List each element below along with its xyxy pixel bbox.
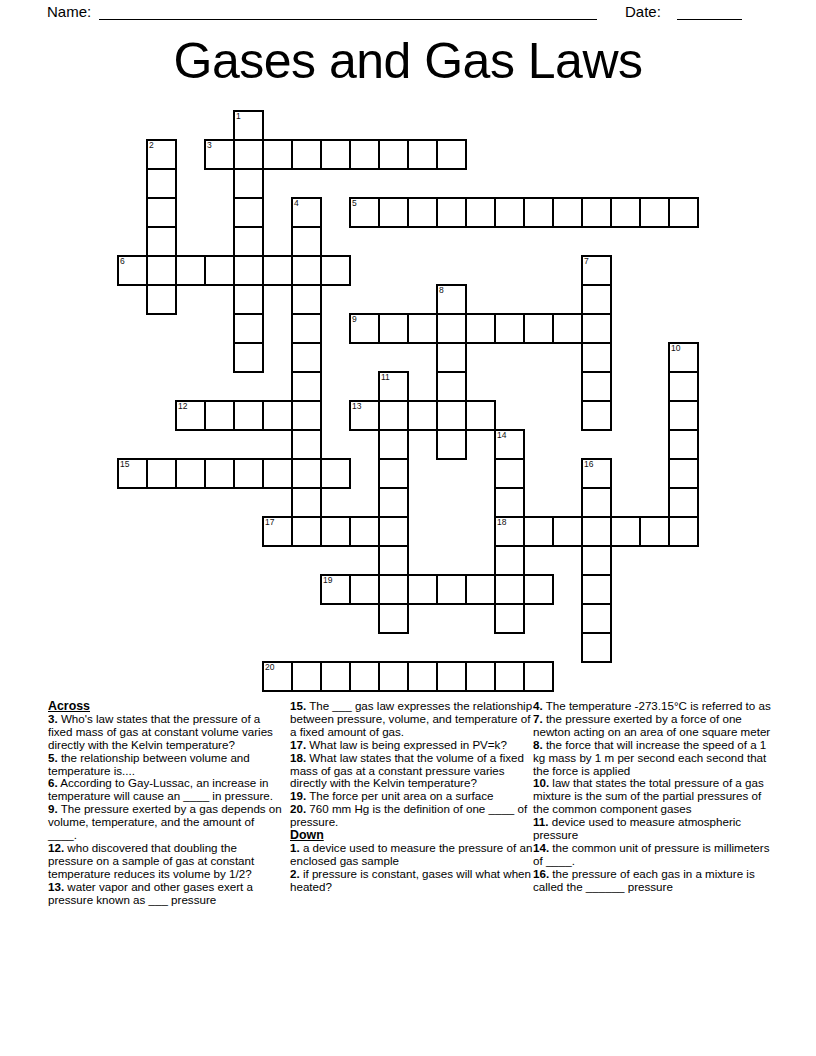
grid-cell[interactable] [552,313,583,344]
clue-number: 12. [48,841,64,854]
cell-number: 17 [265,518,274,527]
grid-cell[interactable] [378,516,409,547]
clue: 13. water vapor and other gases exert a … [48,881,284,907]
grid-cell[interactable]: 17 [262,516,293,547]
grid-cell[interactable] [146,255,177,286]
grid-cell[interactable] [175,458,206,489]
clue-number: 2. [290,867,300,880]
grid-cell[interactable] [494,574,525,605]
grid-cell[interactable] [668,400,699,431]
clue-number: 15. [290,699,306,712]
grid-cell[interactable] [233,284,264,315]
clue-number: 9. [48,802,58,815]
grid-cell[interactable] [436,574,467,605]
cell-number: 4 [294,199,299,208]
clue-number: 1. [290,841,300,854]
crossword-grid: 1234567891011121314151617181920 [117,110,730,723]
clue-number: 19. [290,789,306,802]
grid-cell[interactable] [378,197,409,228]
grid-cell[interactable] [291,284,322,315]
clue-list-header: Across [48,700,284,713]
grid-cell[interactable] [552,197,583,228]
name-label: Name: [47,3,91,20]
grid-cell[interactable] [436,371,467,402]
grid-cell[interactable] [407,574,438,605]
grid-cell[interactable] [494,313,525,344]
grid-cell[interactable] [581,400,612,431]
grid-cell[interactable] [320,139,351,170]
grid-cell[interactable] [291,516,322,547]
cell-number: 10 [671,344,680,353]
grid-cell[interactable]: 15 [117,458,148,489]
grid-cell[interactable]: 19 [320,574,351,605]
grid-cell[interactable] [291,139,322,170]
grid-cell[interactable] [204,458,235,489]
grid-cell[interactable] [436,429,467,460]
grid-cell[interactable] [175,255,206,286]
grid-cell[interactable]: 2 [146,139,177,170]
grid-cell[interactable] [465,400,496,431]
grid-cell[interactable]: 14 [494,429,525,460]
grid-cell[interactable]: 6 [117,255,148,286]
grid-cell[interactable] [349,516,380,547]
grid-cell[interactable]: 5 [349,197,380,228]
grid-cell[interactable] [233,255,264,286]
grid-cell[interactable] [320,516,351,547]
grid-cell[interactable] [436,661,467,692]
grid-cell[interactable] [639,516,670,547]
grid-cell[interactable] [291,255,322,286]
grid-cell[interactable] [610,516,641,547]
grid-cell[interactable] [233,400,264,431]
page-title: Gases and Gas Laws [0,32,816,90]
grid-cell[interactable] [581,516,612,547]
date-label: Date: [625,3,661,20]
date-blank-line[interactable] [677,2,742,20]
grid-cell[interactable] [378,603,409,634]
grid-cell[interactable] [581,313,612,344]
grid-cell[interactable] [581,371,612,402]
grid-cell[interactable] [494,487,525,518]
grid-cell[interactable] [349,574,380,605]
grid-cell[interactable] [436,342,467,373]
grid-cell[interactable] [146,458,177,489]
clue-number: 4. [533,699,543,712]
grid-cell[interactable] [233,313,264,344]
grid-cell[interactable] [494,197,525,228]
cell-number: 15 [120,460,129,469]
grid-cell[interactable]: 1 [233,110,264,141]
grid-cell[interactable] [262,139,293,170]
clue: 5. the relationship between volume and t… [48,752,284,778]
grid-cell[interactable] [523,313,554,344]
grid-cell[interactable] [494,661,525,692]
cell-number: 12 [178,402,187,411]
clue: 20. 760 mm Hg is the definition of one _… [290,803,534,829]
grid-cell[interactable] [320,458,351,489]
grid-cell[interactable]: 20 [262,661,293,692]
grid-cell[interactable] [523,197,554,228]
grid-cell[interactable] [378,545,409,576]
grid-cell[interactable]: 9 [349,313,380,344]
clue: 15. The ___ gas law expresses the relati… [290,700,534,739]
clue: 16. the pressure of each gas in a mixtur… [533,868,779,894]
clue: 2. if pressure is constant, gases will w… [290,868,534,894]
grid-cell[interactable] [552,516,583,547]
grid-cell[interactable] [378,313,409,344]
grid-cell[interactable] [668,371,699,402]
grid-cell[interactable] [523,516,554,547]
grid-cell[interactable] [523,574,554,605]
grid-cell[interactable] [320,661,351,692]
grid-cell[interactable] [233,458,264,489]
cell-number: 6 [120,257,125,266]
grid-cell[interactable] [233,197,264,228]
clue-column-3: 4. The temperature -273.15°C is referred… [533,700,779,894]
clue: 18. What law states that the volume of a… [290,752,534,791]
grid-cell[interactable] [668,487,699,518]
grid-cell[interactable]: 11 [378,371,409,402]
grid-cell[interactable] [407,313,438,344]
grid-cell[interactable]: 13 [349,400,380,431]
clue: 10. law that states the total pressure o… [533,777,779,816]
grid-cell[interactable] [668,197,699,228]
grid-cell[interactable] [378,429,409,460]
grid-cell[interactable] [407,197,438,228]
grid-cell[interactable] [494,458,525,489]
grid-cell[interactable] [378,458,409,489]
grid-cell[interactable]: 3 [204,139,235,170]
grid-cell[interactable] [581,342,612,373]
grid-cell[interactable] [494,545,525,576]
grid-cell[interactable] [262,400,293,431]
clue-number: 3. [48,712,58,725]
clue: 8. the force that will increase the spee… [533,739,779,778]
grid-cell[interactable] [146,284,177,315]
grid-cell[interactable] [349,661,380,692]
clue: 9. The pressure exerted by a gas depends… [48,803,284,842]
cell-number: 1 [236,112,241,121]
cell-number: 8 [439,286,444,295]
grid-cell[interactable]: 10 [668,342,699,373]
grid-cell[interactable] [378,487,409,518]
grid-cell[interactable]: 4 [291,197,322,228]
grid-cell[interactable] [639,197,670,228]
grid-cell[interactable] [378,661,409,692]
cell-number: 18 [497,518,506,527]
grid-cell[interactable] [610,197,641,228]
clue-number: 18. [290,751,306,764]
grid-cell[interactable] [668,429,699,460]
grid-cell[interactable] [668,458,699,489]
grid-cell[interactable] [407,400,438,431]
grid-cell[interactable] [465,574,496,605]
clue-number: 8. [533,738,543,751]
grid-cell[interactable] [291,661,322,692]
grid-cell[interactable]: 8 [436,284,467,315]
clue-number: 7. [533,712,543,725]
clue: 11. device used to measure atmospheric p… [533,816,779,842]
grid-cell[interactable] [291,429,322,460]
grid-cell[interactable] [349,139,380,170]
grid-cell[interactable] [581,545,612,576]
grid-cell[interactable] [146,168,177,199]
cell-number: 13 [352,402,361,411]
grid-cell[interactable] [204,255,235,286]
name-blank-line[interactable] [99,2,597,20]
clue-column-2: 15. The ___ gas law expresses the relati… [290,700,534,894]
cell-number: 7 [584,257,589,266]
grid-cell[interactable]: 16 [581,458,612,489]
grid-cell[interactable] [581,632,612,663]
cell-number: 5 [352,199,357,208]
clue-number: 5. [48,751,58,764]
grid-cell[interactable] [436,139,467,170]
grid-cell[interactable] [291,458,322,489]
grid-cell[interactable] [436,197,467,228]
grid-cell[interactable] [291,371,322,402]
worksheet-page: Name: Date: Gases and Gas Laws 123456789… [0,0,816,1056]
clue-number: 11. [533,815,548,828]
grid-cell[interactable] [407,661,438,692]
grid-cell[interactable] [581,574,612,605]
grid-cell[interactable] [233,342,264,373]
grid-cell[interactable] [465,661,496,692]
grid-cell[interactable] [146,197,177,228]
clue-number: 16. [533,867,549,880]
grid-cell[interactable] [291,313,322,344]
clue: 12. who discovered that doubling the pre… [48,842,284,881]
clue: 4. The temperature -273.15°C is referred… [533,700,779,713]
cell-number: 19 [323,576,332,585]
grid-cell[interactable] [378,400,409,431]
grid-cell[interactable] [465,313,496,344]
grid-cell[interactable] [291,226,322,257]
clue-column-1: Across3. Who's law states that the press… [48,700,284,907]
grid-cell[interactable] [407,139,438,170]
clue: 17. What law is being expressed in PV=k? [290,739,534,752]
grid-cell[interactable] [523,661,554,692]
grid-cell[interactable] [436,313,467,344]
clue-number: 6. [48,776,58,789]
cell-number: 20 [265,663,274,672]
grid-cell[interactable] [233,168,264,199]
grid-cell[interactable] [233,139,264,170]
clue: 1. a device used to measure the pressure… [290,842,534,868]
grid-cell[interactable]: 18 [494,516,525,547]
clue: 6. According to Gay-Lussac, an increase … [48,777,284,803]
grid-cell[interactable] [291,487,322,518]
cell-number: 3 [207,141,212,150]
clue-number: 13. [48,880,64,893]
grid-cell[interactable] [378,139,409,170]
clue: 14. the common unit of pressure is milli… [533,842,779,868]
grid-cell[interactable] [262,458,293,489]
cell-number: 14 [497,431,506,440]
grid-cell[interactable] [291,342,322,373]
grid-cell[interactable] [581,284,612,315]
clue-number: 20. [290,802,306,815]
grid-cell[interactable] [204,400,235,431]
grid-cell[interactable] [233,226,264,257]
grid-cell[interactable] [581,197,612,228]
grid-cell[interactable]: 12 [175,400,206,431]
cell-number: 11 [381,373,390,382]
cell-number: 9 [352,315,357,324]
grid-cell[interactable] [291,400,322,431]
grid-cell[interactable] [494,603,525,634]
clue-number: 14. [533,841,549,854]
clue-number: 10. [533,776,549,789]
grid-cell[interactable] [146,226,177,257]
grid-cell[interactable] [581,487,612,518]
cell-number: 2 [149,141,154,150]
clue-number: 17. [290,738,306,751]
grid-cell[interactable] [262,255,293,286]
grid-cell[interactable] [320,255,351,286]
grid-cell[interactable] [581,603,612,634]
grid-cell[interactable] [436,400,467,431]
grid-cell[interactable] [378,574,409,605]
grid-cell[interactable] [465,197,496,228]
grid-cell[interactable]: 7 [581,255,612,286]
cell-number: 16 [584,460,593,469]
clue: 7. the pressure exerted by a force of on… [533,713,779,739]
clue: 3. Who's law states that the pressure of… [48,713,284,752]
grid-cell[interactable] [668,516,699,547]
